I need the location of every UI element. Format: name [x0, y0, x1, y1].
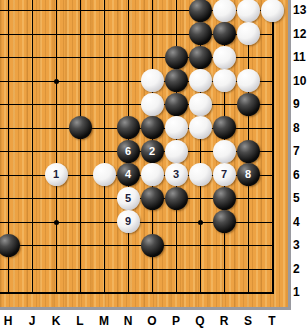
black-stone-N7[interactable]: 6 — [117, 140, 140, 163]
white-stone-Q6[interactable] — [189, 163, 212, 186]
black-stone-N8[interactable] — [117, 116, 140, 139]
row-label-7: 7 — [293, 144, 308, 158]
black-stone-O8[interactable] — [141, 116, 164, 139]
black-stone-H3[interactable] — [0, 234, 20, 257]
black-stone-P5[interactable] — [165, 187, 188, 210]
row-label-12: 12 — [293, 27, 308, 41]
grid-line-col-J — [32, 0, 33, 294]
grid-line-row-9 — [0, 104, 274, 105]
white-stone-P7[interactable] — [165, 140, 188, 163]
black-stone-R12[interactable] — [213, 22, 236, 45]
col-label-J: J — [22, 314, 42, 328]
move-number-label: 3 — [173, 169, 179, 180]
row-label-13: 13 — [293, 3, 308, 17]
white-stone-R11[interactable] — [213, 46, 236, 69]
move-number-label: 1 — [53, 169, 59, 180]
black-stone-S9[interactable] — [237, 93, 260, 116]
white-stone-T13[interactable] — [261, 0, 284, 22]
black-stone-L8[interactable] — [69, 116, 92, 139]
col-label-S: S — [238, 314, 258, 328]
grid-line-col-T — [272, 0, 274, 294]
white-stone-R10[interactable] — [213, 69, 236, 92]
star-point-K10 — [54, 79, 59, 84]
white-stone-M6[interactable] — [93, 163, 116, 186]
white-stone-P8[interactable] — [165, 116, 188, 139]
row-label-11: 11 — [293, 50, 308, 64]
black-stone-Q11[interactable] — [189, 46, 212, 69]
go-board-window: 621437859 HJKLMNOPQRST 13121110987654321 — [0, 0, 308, 332]
black-stone-Q12[interactable] — [189, 22, 212, 45]
row-label-2: 2 — [293, 262, 308, 276]
row-label-8: 8 — [293, 121, 308, 135]
white-stone-S13[interactable] — [237, 0, 260, 22]
row-label-9: 9 — [293, 97, 308, 111]
black-stone-P9[interactable] — [165, 93, 188, 116]
move-number-label: 5 — [125, 193, 131, 204]
white-stone-Q9[interactable] — [189, 93, 212, 116]
white-stone-P6[interactable]: 3 — [165, 163, 188, 186]
grid-line-col-M — [104, 0, 105, 294]
white-stone-S10[interactable] — [237, 69, 260, 92]
col-label-L: L — [70, 314, 90, 328]
move-number-label: 7 — [221, 169, 227, 180]
row-label-3: 3 — [293, 238, 308, 252]
col-label-Q: Q — [190, 314, 210, 328]
grid-line-row-1 — [0, 292, 274, 294]
black-stone-O3[interactable] — [141, 234, 164, 257]
move-number-label: 2 — [149, 146, 155, 157]
white-stone-O10[interactable] — [141, 69, 164, 92]
col-label-M: M — [94, 314, 114, 328]
grid-line-col-L — [80, 0, 81, 294]
white-stone-R6[interactable]: 7 — [213, 163, 236, 186]
star-point-Q4 — [198, 220, 203, 225]
move-number-label: 4 — [125, 169, 131, 180]
white-stone-O6[interactable] — [141, 163, 164, 186]
star-point-K4 — [54, 220, 59, 225]
white-stone-N5[interactable]: 5 — [117, 187, 140, 210]
col-label-N: N — [118, 314, 138, 328]
col-label-H: H — [0, 314, 18, 328]
col-label-P: P — [166, 314, 186, 328]
move-number-label: 9 — [125, 216, 131, 227]
col-label-T: T — [262, 314, 282, 328]
black-stone-S7[interactable] — [237, 140, 260, 163]
white-stone-S12[interactable] — [237, 22, 260, 45]
black-stone-S6[interactable]: 8 — [237, 163, 260, 186]
black-stone-R8[interactable] — [213, 116, 236, 139]
black-stone-O7[interactable]: 2 — [141, 140, 164, 163]
row-label-10: 10 — [293, 74, 308, 88]
goban[interactable]: 621437859 — [0, 0, 291, 310]
black-stone-P11[interactable] — [165, 46, 188, 69]
black-stone-Q13[interactable] — [189, 0, 212, 22]
black-stone-R4[interactable] — [213, 210, 236, 233]
grid-line-row-3 — [0, 245, 274, 246]
col-label-R: R — [214, 314, 234, 328]
grid-line-col-K — [56, 0, 57, 294]
white-stone-R13[interactable] — [213, 0, 236, 22]
white-stone-R7[interactable] — [213, 140, 236, 163]
move-number-label: 6 — [125, 146, 131, 157]
row-label-1: 1 — [293, 285, 308, 299]
black-stone-R5[interactable] — [213, 187, 236, 210]
grid-line-row-2 — [0, 269, 274, 270]
row-label-6: 6 — [293, 168, 308, 182]
black-stone-N6[interactable]: 4 — [117, 163, 140, 186]
col-label-K: K — [46, 314, 66, 328]
white-stone-Q8[interactable] — [189, 116, 212, 139]
white-stone-N4[interactable]: 9 — [117, 210, 140, 233]
white-stone-O9[interactable] — [141, 93, 164, 116]
white-stone-Q10[interactable] — [189, 69, 212, 92]
black-stone-P10[interactable] — [165, 69, 188, 92]
white-stone-K6[interactable]: 1 — [45, 163, 68, 186]
row-label-5: 5 — [293, 191, 308, 205]
row-label-4: 4 — [293, 215, 308, 229]
move-number-label: 8 — [245, 169, 251, 180]
col-label-O: O — [142, 314, 162, 328]
black-stone-O5[interactable] — [141, 187, 164, 210]
